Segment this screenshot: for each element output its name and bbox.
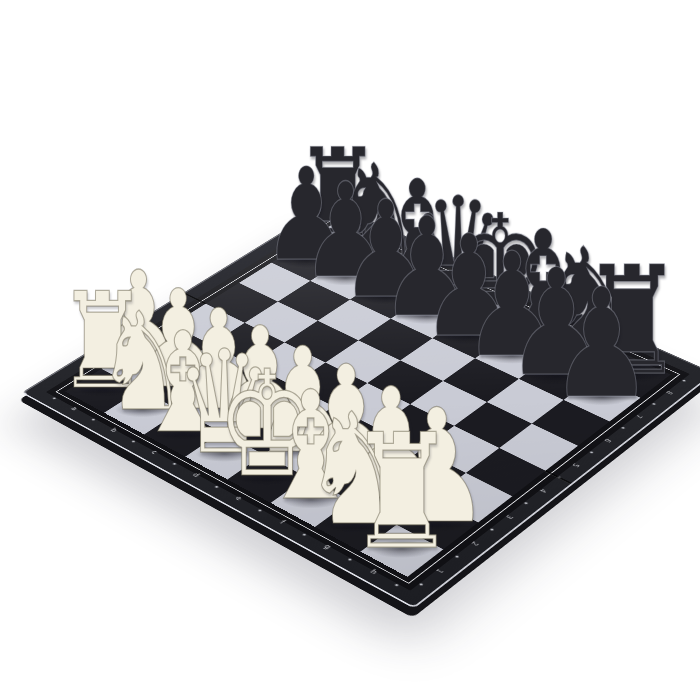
frame-dot (131, 440, 135, 443)
rank-label-5: 5 (571, 462, 581, 468)
frame-dot (348, 558, 353, 561)
file-label-a: a (69, 406, 78, 411)
file-label-b: b (109, 428, 118, 434)
frame-dot (91, 418, 95, 420)
frame-dot (652, 403, 656, 405)
rank-label-1: 1 (434, 567, 444, 573)
rank-label-6: 6 (603, 437, 613, 443)
board-sticker (46, 214, 690, 591)
frame-dot (258, 509, 262, 512)
frame-dot (302, 533, 306, 536)
file-label-h: h (368, 569, 378, 575)
rank-label-8: 8 (664, 390, 674, 395)
frame-dot (490, 528, 494, 531)
chess-board: a1b2c3d4e5f6g7h8 (21, 202, 700, 608)
file-label-g: g (322, 544, 332, 550)
rank-label-7: 7 (634, 413, 644, 418)
frame-dot (215, 486, 219, 489)
frame-dot (394, 584, 399, 587)
file-label-d: d (191, 472, 200, 478)
frame-dot (455, 555, 460, 558)
frame-dot (524, 502, 528, 505)
frame-dot (621, 427, 625, 430)
frame-dot (589, 451, 593, 454)
rank-label-3: 3 (504, 513, 514, 519)
rank-label-2: 2 (470, 540, 480, 546)
frame-dot (419, 583, 424, 586)
board-grid (65, 223, 671, 577)
file-label-e: e (234, 496, 243, 502)
frame-dot (682, 379, 686, 381)
frame-dot (52, 397, 56, 399)
frame-dot (172, 463, 176, 466)
product-photo-scene: a1b2c3d4e5f6g7h8 ♜♞♝♛♚♝♞♜♟♟♟♟♟♟♟♟♟♟♟♟♟♟♟… (0, 0, 700, 700)
rank-label-4: 4 (538, 487, 548, 493)
